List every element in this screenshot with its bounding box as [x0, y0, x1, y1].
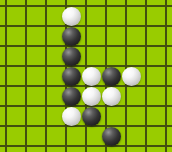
board-cell[interactable]	[47, 7, 67, 27]
board-cell[interactable]	[27, 147, 47, 152]
board-cell[interactable]	[127, 7, 147, 27]
board-cell[interactable]	[107, 7, 127, 27]
board-cell[interactable]	[107, 127, 127, 147]
board-cell[interactable]	[107, 47, 127, 67]
board-cell[interactable]	[87, 0, 107, 7]
board-cell[interactable]	[107, 147, 127, 152]
board-cell[interactable]	[67, 147, 87, 152]
board-cell[interactable]	[147, 27, 167, 47]
board-cell[interactable]	[87, 147, 107, 152]
board-cell[interactable]	[67, 67, 87, 87]
board-cell[interactable]	[87, 67, 107, 87]
board-cell[interactable]	[107, 67, 127, 87]
board-cell[interactable]	[127, 127, 147, 147]
board-cell[interactable]	[67, 87, 87, 107]
board-cell[interactable]	[127, 27, 147, 47]
board-cell[interactable]	[27, 127, 47, 147]
board-cell[interactable]	[147, 67, 167, 87]
board-cell[interactable]	[107, 87, 127, 107]
board-cell[interactable]	[27, 27, 47, 47]
board-cell[interactable]	[67, 107, 87, 127]
board-cell[interactable]	[0, 27, 7, 47]
board-cell[interactable]	[167, 27, 172, 47]
board-cell[interactable]	[0, 7, 7, 27]
board-cell[interactable]	[167, 67, 172, 87]
board-cell[interactable]	[107, 107, 127, 127]
board-cell[interactable]	[7, 147, 27, 152]
board-cell[interactable]	[7, 67, 27, 87]
board-grid	[0, 0, 172, 152]
board-cell[interactable]	[127, 107, 147, 127]
board-cell[interactable]	[7, 107, 27, 127]
board-cell[interactable]	[7, 27, 27, 47]
board-cell[interactable]	[87, 107, 107, 127]
board-cell[interactable]	[87, 87, 107, 107]
board-cell[interactable]	[7, 0, 27, 7]
board-cell[interactable]	[167, 107, 172, 127]
board-cell[interactable]	[67, 0, 87, 7]
board-cell[interactable]	[47, 87, 67, 107]
board-cell[interactable]	[47, 67, 67, 87]
board-cell[interactable]	[47, 147, 67, 152]
board-cell[interactable]	[7, 87, 27, 107]
board-cell[interactable]	[127, 0, 147, 7]
board-cell[interactable]	[47, 0, 67, 7]
board-cell[interactable]	[167, 0, 172, 7]
board-cell[interactable]	[47, 27, 67, 47]
board-cell[interactable]	[147, 7, 167, 27]
board-cell[interactable]	[27, 67, 47, 87]
board-cell[interactable]	[147, 47, 167, 67]
board-cell[interactable]	[27, 47, 47, 67]
board-cell[interactable]	[0, 87, 7, 107]
board-cell[interactable]	[167, 47, 172, 67]
board-cell[interactable]	[27, 107, 47, 127]
board-cell[interactable]	[0, 147, 7, 152]
board-cell[interactable]	[0, 47, 7, 67]
board-cell[interactable]	[147, 107, 167, 127]
board-cell[interactable]	[0, 67, 7, 87]
board-cell[interactable]	[147, 127, 167, 147]
board-cell[interactable]	[107, 0, 127, 7]
board-cell[interactable]	[167, 147, 172, 152]
board-cell[interactable]	[47, 127, 67, 147]
board-cell[interactable]	[147, 147, 167, 152]
board-cell[interactable]	[47, 47, 67, 67]
board-cell[interactable]	[27, 7, 47, 27]
board-cell[interactable]	[87, 27, 107, 47]
board-cell[interactable]	[147, 0, 167, 7]
board-cell[interactable]	[147, 87, 167, 107]
board-cell[interactable]	[7, 7, 27, 27]
board-cell[interactable]	[67, 27, 87, 47]
board-cell[interactable]	[87, 7, 107, 27]
board-cell[interactable]	[167, 7, 172, 27]
board-cell[interactable]	[167, 87, 172, 107]
gomoku-board	[0, 0, 172, 152]
board-cell[interactable]	[0, 107, 7, 127]
board-cell[interactable]	[7, 127, 27, 147]
board-cell[interactable]	[0, 0, 7, 7]
board-cell[interactable]	[127, 147, 147, 152]
board-cell[interactable]	[47, 107, 67, 127]
board-cell[interactable]	[67, 7, 87, 27]
board-cell[interactable]	[87, 127, 107, 147]
board-cell[interactable]	[27, 87, 47, 107]
board-cell[interactable]	[107, 27, 127, 47]
board-cell[interactable]	[167, 127, 172, 147]
board-cell[interactable]	[127, 47, 147, 67]
board-cell[interactable]	[0, 127, 7, 147]
board-cell[interactable]	[67, 127, 87, 147]
board-cell[interactable]	[27, 0, 47, 7]
board-cell[interactable]	[127, 67, 147, 87]
board-cell[interactable]	[127, 87, 147, 107]
board-cell[interactable]	[67, 47, 87, 67]
board-cell[interactable]	[7, 47, 27, 67]
board-cell[interactable]	[87, 47, 107, 67]
